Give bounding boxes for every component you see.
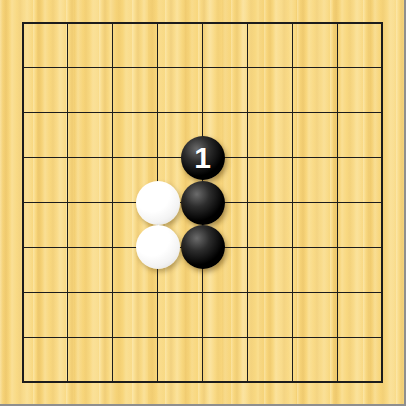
grid-line-vertical [292,24,293,381]
grid-line-horizontal [24,292,381,293]
black-stone: 1 [181,136,225,180]
white-stone [136,181,180,225]
grid-line-horizontal [24,337,381,338]
move-number-label: 1 [181,136,225,180]
grid-line-vertical [337,24,338,381]
goban-board[interactable]: 1 [0,0,406,406]
black-stone [181,181,225,225]
grid-line-vertical [247,24,248,381]
white-stone [136,225,180,269]
black-stone [181,225,225,269]
